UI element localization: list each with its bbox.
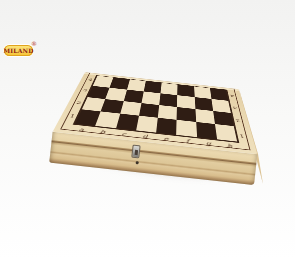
clasp-hook-icon [135, 150, 139, 155]
file-label-g: g [198, 139, 220, 149]
file-label-f: f [177, 136, 198, 146]
file-label-h: h [219, 141, 242, 151]
board-square-dark [196, 122, 217, 139]
chess-box: 4321 4321 abcdefgh [0, 0, 295, 260]
board-square-light [215, 124, 237, 141]
file-label-a: a [69, 125, 93, 134]
file-label-e: e [155, 134, 177, 144]
rank-label-3: 3 [230, 101, 240, 114]
file-label-d: d [134, 132, 156, 142]
clasp-screw-icon [136, 161, 139, 164]
file-label-b: b [91, 127, 115, 137]
board-square-light [136, 116, 158, 133]
board-square-light [176, 120, 196, 137]
board-square-dark [156, 118, 177, 135]
rank-label-4: 4 [227, 90, 237, 102]
file-label-c: c [112, 129, 135, 139]
product-photo-stage: MILAND ® 4321 4321 abcdefgh [0, 0, 295, 260]
